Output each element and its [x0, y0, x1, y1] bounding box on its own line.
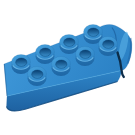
stud-hole	[40, 48, 51, 56]
stud-hole	[64, 38, 75, 46]
stud	[60, 35, 79, 55]
stud	[36, 45, 55, 65]
lego-product-photo	[0, 0, 135, 135]
stud-hole	[56, 60, 67, 68]
stud-hole	[16, 58, 27, 66]
stud	[99, 37, 118, 57]
photo-stage	[0, 0, 135, 135]
stud	[12, 55, 31, 75]
stud	[52, 57, 71, 77]
stud	[28, 67, 47, 87]
stud-hole	[80, 50, 91, 58]
stud	[76, 47, 95, 67]
lego-duplo-plate-illustration	[0, 0, 135, 135]
stud-hole	[103, 40, 114, 48]
stud-hole	[32, 70, 43, 78]
stud-hole	[88, 28, 99, 36]
